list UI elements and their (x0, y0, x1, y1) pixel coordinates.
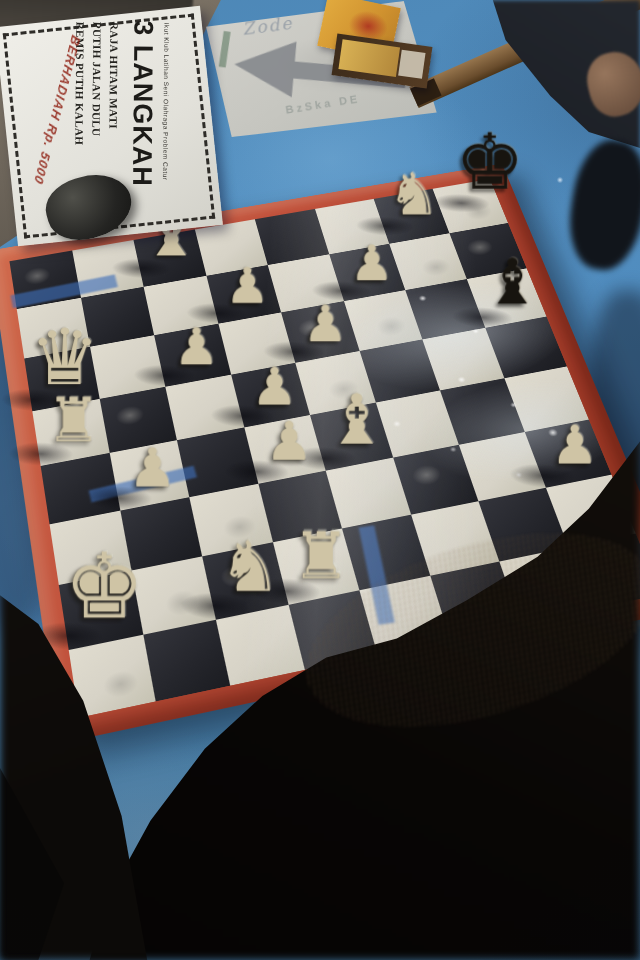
piece-white-pawn-b4[interactable]: ♟ (129, 440, 177, 494)
piece-white-rook-a5[interactable]: ♜ (46, 389, 101, 450)
pack-gold-interior (338, 39, 400, 77)
piece-white-rook-d2[interactable]: ♜ (292, 522, 350, 587)
piece-white-king-a2[interactable]: ♚ (64, 541, 145, 631)
piece-white-pawn-d4[interactable]: ♟ (265, 414, 313, 467)
mat-green-scribble (219, 31, 231, 68)
piece-white-pawn-h3[interactable]: ♟ (551, 419, 599, 472)
square-f3[interactable] (393, 444, 479, 514)
piece-white-knight-c2[interactable]: ♞ (218, 532, 280, 602)
piece-white-bishop-e4[interactable]: ♝ (325, 385, 387, 454)
pack-cigarettes (398, 50, 425, 79)
arrow-head (232, 36, 297, 97)
bystander-sandal-shadow (562, 135, 640, 275)
